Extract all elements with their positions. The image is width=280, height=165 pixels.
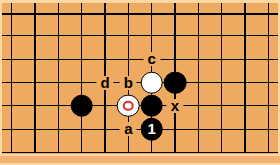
white-stone bbox=[140, 71, 163, 94]
circled-white-stone bbox=[117, 95, 140, 118]
red-circle-mark bbox=[123, 101, 133, 111]
move-number: 1 bbox=[148, 121, 156, 136]
grid-line-horizontal bbox=[2, 59, 278, 60]
grid-line-vertical bbox=[221, 3, 222, 153]
point-label-d: d bbox=[97, 76, 114, 90]
move-1-black-stone: 1 bbox=[140, 118, 163, 141]
point-label-x: x bbox=[167, 99, 184, 113]
point-label-a: a bbox=[120, 122, 137, 136]
board-edge-line bbox=[2, 13, 278, 16]
go-diagram: cdbxa1 bbox=[0, 0, 280, 165]
grid-line-vertical bbox=[58, 3, 59, 153]
black-stone bbox=[164, 71, 187, 94]
grid-line-vertical bbox=[268, 3, 269, 153]
grid-line-vertical bbox=[11, 3, 12, 153]
grid-line-vertical bbox=[34, 3, 35, 153]
grid-line-horizontal bbox=[2, 35, 278, 36]
point-label-b: b bbox=[120, 76, 137, 90]
grid-line-vertical bbox=[81, 3, 82, 153]
grid-line-vertical bbox=[198, 3, 199, 153]
bottom-margin-band bbox=[0, 156, 280, 163]
point-label-c: c bbox=[143, 52, 160, 66]
black-stone bbox=[70, 95, 93, 118]
grid-line-horizontal bbox=[2, 152, 278, 153]
grid-line-vertical bbox=[244, 3, 245, 153]
black-stone bbox=[140, 95, 163, 118]
